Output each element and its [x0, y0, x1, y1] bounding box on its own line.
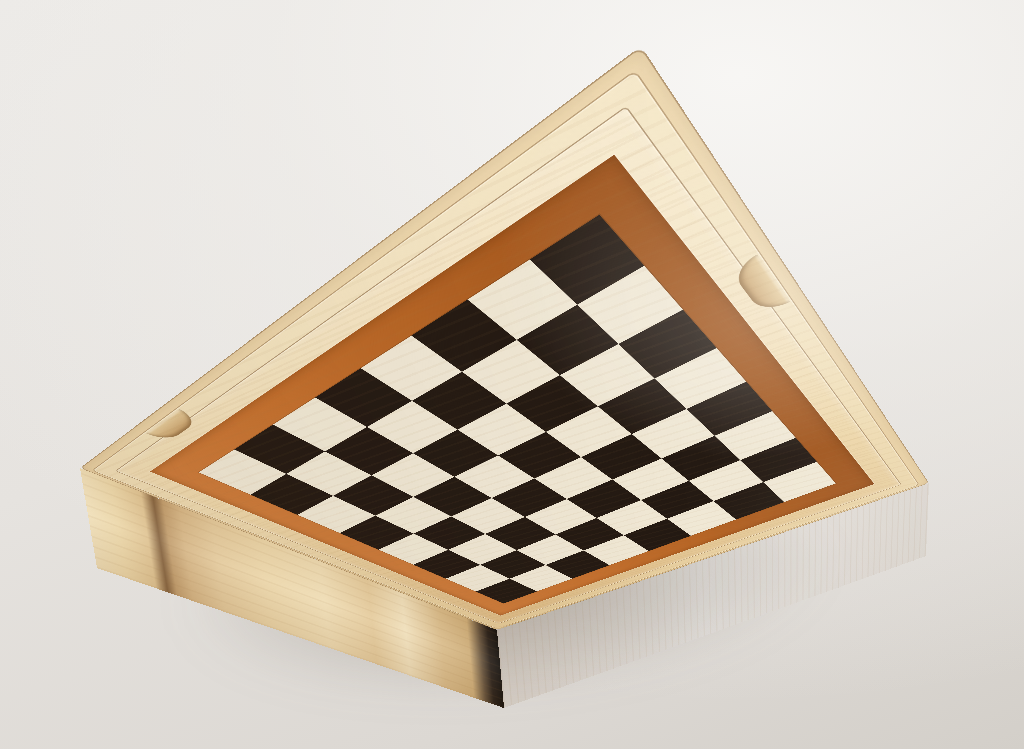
product-photo	[0, 0, 1024, 749]
